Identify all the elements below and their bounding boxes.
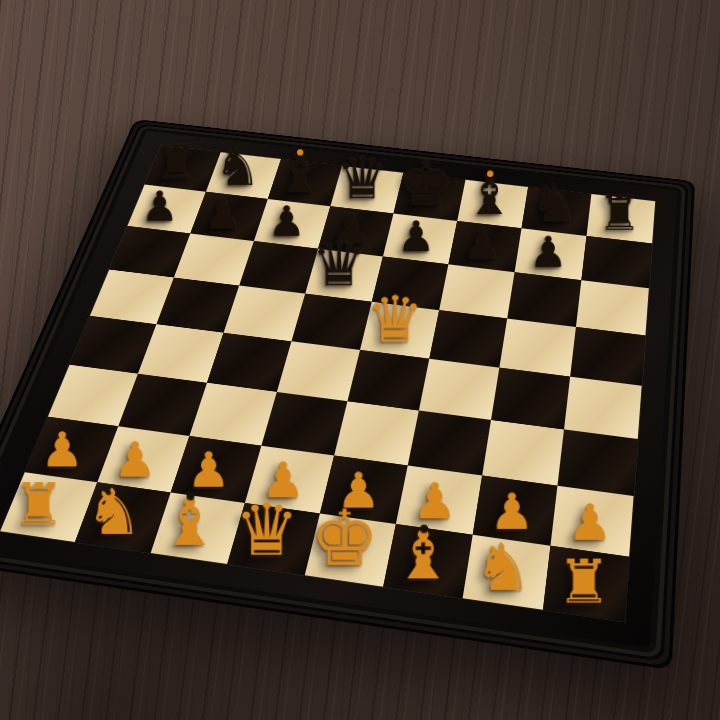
square-e5[interactable]: ♛: [360, 302, 439, 359]
black-queen-d8[interactable]: ♛: [330, 149, 394, 207]
square-h4[interactable]: [564, 377, 642, 439]
square-h2[interactable]: ♟: [550, 486, 633, 557]
square-f4[interactable]: [419, 359, 499, 420]
board-perspective-wrapper: ♜♞♝♛♚♝♞♜♟♟♟♟♟♟♟♛♛♟♟♟♟♟♟♟♟♜♞♝♛♚♝♞♜: [0, 117, 699, 675]
square-h3[interactable]: [557, 429, 637, 496]
square-h1[interactable]: ♜: [543, 546, 629, 622]
black-knight-g8[interactable]: ♞: [522, 177, 587, 230]
white-rook-h1[interactable]: ♜: [543, 552, 624, 612]
white-knight-g1[interactable]: ♞: [463, 535, 544, 601]
black-bishop-finial-icon: [419, 525, 427, 533]
black-bishop-finial-icon: [186, 492, 194, 500]
black-pawn-b7[interactable]: ♟: [190, 193, 255, 235]
square-e1[interactable]: ♚: [305, 513, 396, 586]
square-f7[interactable]: ♟: [448, 221, 521, 272]
square-g4[interactable]: [491, 368, 570, 430]
square-a4[interactable]: [70, 316, 157, 374]
square-d4[interactable]: [277, 341, 360, 401]
square-f1[interactable]: ♝: [383, 524, 473, 598]
white-pawn-h2[interactable]: ♟: [551, 497, 629, 547]
square-f3[interactable]: [408, 410, 491, 475]
black-pawn-g7[interactable]: ♟: [515, 231, 582, 274]
black-queen-d6[interactable]: ♛: [305, 233, 373, 295]
orange-bishop-finial-icon: [486, 171, 492, 177]
white-bishop-c1[interactable]: ♝: [151, 489, 230, 555]
square-g3[interactable]: [482, 420, 564, 486]
orange-bishop-finial-icon: [297, 149, 303, 155]
square-h7[interactable]: [581, 236, 652, 288]
square-d3[interactable]: [261, 392, 347, 456]
square-h5[interactable]: [570, 327, 645, 386]
black-pawn-f7[interactable]: ♟: [449, 223, 515, 266]
square-h6[interactable]: [576, 280, 649, 335]
white-king-e1[interactable]: ♚: [305, 500, 385, 577]
black-king-e8[interactable]: ♚: [394, 152, 458, 214]
square-e7[interactable]: ♟: [383, 213, 457, 264]
square-f5[interactable]: [429, 310, 507, 368]
black-bishop-f8[interactable]: ♝: [457, 168, 522, 222]
square-f6[interactable]: [439, 264, 514, 318]
square-g6[interactable]: [507, 272, 581, 327]
square-a6[interactable]: [109, 226, 190, 278]
black-pawn-a7[interactable]: ♟: [127, 186, 192, 228]
white-queen-d1[interactable]: ♛: [227, 494, 306, 566]
black-pawn-e7[interactable]: ♟: [383, 215, 449, 257]
white-queen-e5[interactable]: ♛: [360, 287, 430, 351]
square-g5[interactable]: [499, 319, 576, 377]
white-knight-b1[interactable]: ♞: [75, 480, 153, 544]
black-knight-b8[interactable]: ♞: [206, 141, 269, 193]
white-pawn-a2[interactable]: ♟: [25, 426, 100, 474]
chess-board: ♜♞♝♛♚♝♞♜♟♟♟♟♟♟♟♛♛♟♟♟♟♟♟♟♟♜♞♝♛♚♝♞♜: [0, 145, 655, 621]
square-g7[interactable]: ♟: [515, 228, 587, 280]
black-rook-h8[interactable]: ♜: [587, 189, 652, 237]
square-e3[interactable]: [334, 401, 419, 465]
white-bishop-f1[interactable]: ♝: [383, 521, 463, 588]
black-rook-a8[interactable]: ♜: [145, 139, 208, 186]
square-e4[interactable]: [347, 350, 429, 410]
black-bishop-c8[interactable]: ♝: [268, 147, 332, 201]
square-h8[interactable]: ♜: [587, 194, 656, 243]
square-g1[interactable]: ♞: [463, 535, 551, 610]
white-rook-a1[interactable]: ♜: [0, 475, 78, 533]
table-surface: ♜♞♝♛♚♝♞♜♟♟♟♟♟♟♟♛♛♟♟♟♟♟♟♟♟♜♞♝♛♚♝♞♜: [0, 0, 720, 720]
board-frame: ♜♞♝♛♚♝♞♜♟♟♟♟♟♟♟♛♛♟♟♟♟♟♟♟♟♜♞♝♛♚♝♞♜: [0, 131, 677, 648]
